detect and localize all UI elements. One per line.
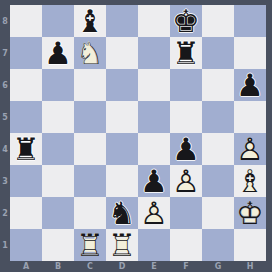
square-d3[interactable] bbox=[106, 165, 138, 197]
square-h8[interactable] bbox=[234, 5, 266, 37]
square-b4[interactable] bbox=[42, 133, 74, 165]
square-g5[interactable] bbox=[202, 101, 234, 133]
square-h2[interactable]: ♚♔ bbox=[234, 197, 266, 229]
square-e1[interactable] bbox=[138, 229, 170, 261]
square-h1[interactable] bbox=[234, 229, 266, 261]
square-f2[interactable] bbox=[170, 197, 202, 229]
square-c1[interactable]: ♜♖ bbox=[74, 229, 106, 261]
square-f3[interactable]: ♟♙ bbox=[170, 165, 202, 197]
square-c4[interactable] bbox=[74, 133, 106, 165]
square-g3[interactable] bbox=[202, 165, 234, 197]
square-a6[interactable] bbox=[10, 69, 42, 101]
file-label-c: C bbox=[74, 261, 106, 272]
square-a4[interactable]: ♜ bbox=[10, 133, 42, 165]
rank-label-4: 4 bbox=[0, 133, 10, 165]
rank-label-2: 2 bbox=[0, 197, 10, 229]
square-g2[interactable] bbox=[202, 197, 234, 229]
square-a2[interactable] bbox=[10, 197, 42, 229]
square-e4[interactable] bbox=[138, 133, 170, 165]
square-f4[interactable]: ♟ bbox=[170, 133, 202, 165]
square-g1[interactable] bbox=[202, 229, 234, 261]
rank-label-6: 6 bbox=[0, 69, 10, 101]
piece-white-pawn[interactable]: ♟♙ bbox=[170, 165, 202, 197]
piece-black-pawn[interactable]: ♟ bbox=[170, 133, 202, 165]
file-label-g: G bbox=[202, 261, 234, 272]
piece-black-pawn[interactable]: ♟ bbox=[234, 69, 266, 101]
piece-black-king[interactable]: ♚ bbox=[170, 5, 202, 37]
rank-label-7: 7 bbox=[0, 37, 10, 69]
square-b2[interactable] bbox=[42, 197, 74, 229]
piece-black-bishop[interactable]: ♝ bbox=[74, 5, 106, 37]
square-b7[interactable]: ♟ bbox=[42, 37, 74, 69]
file-label-e: E bbox=[138, 261, 170, 272]
square-f7[interactable]: ♜ bbox=[170, 37, 202, 69]
square-c2[interactable] bbox=[74, 197, 106, 229]
file-label-f: F bbox=[170, 261, 202, 272]
square-b5[interactable] bbox=[42, 101, 74, 133]
square-f8[interactable]: ♚ bbox=[170, 5, 202, 37]
piece-black-rook[interactable]: ♜ bbox=[170, 37, 202, 69]
square-h7[interactable] bbox=[234, 37, 266, 69]
rank-label-1: 1 bbox=[0, 229, 10, 261]
file-label-h: H bbox=[234, 261, 266, 272]
square-c5[interactable] bbox=[74, 101, 106, 133]
square-h3[interactable]: ♝♗ bbox=[234, 165, 266, 197]
square-h5[interactable] bbox=[234, 101, 266, 133]
square-b8[interactable] bbox=[42, 5, 74, 37]
piece-white-knight[interactable]: ♞♘ bbox=[74, 37, 106, 69]
square-e5[interactable] bbox=[138, 101, 170, 133]
square-f5[interactable] bbox=[170, 101, 202, 133]
chess-board[interactable]: ♝♚♟♞♘♜♟♜♟♟♙♟♟♙♝♗♞♟♙♚♔♜♖♜♖ bbox=[10, 5, 266, 261]
square-d4[interactable] bbox=[106, 133, 138, 165]
square-d1[interactable]: ♜♖ bbox=[106, 229, 138, 261]
file-labels: ABCDEFGH bbox=[10, 261, 266, 272]
rank-label-5: 5 bbox=[0, 101, 10, 133]
piece-white-king[interactable]: ♚♔ bbox=[234, 197, 266, 229]
piece-black-pawn[interactable]: ♟ bbox=[42, 37, 74, 69]
file-label-d: D bbox=[106, 261, 138, 272]
piece-white-bishop[interactable]: ♝♗ bbox=[234, 165, 266, 197]
file-label-a: A bbox=[10, 261, 42, 272]
square-c6[interactable] bbox=[74, 69, 106, 101]
square-a7[interactable] bbox=[10, 37, 42, 69]
square-e2[interactable]: ♟♙ bbox=[138, 197, 170, 229]
chess-diagram: 87654321 ♝♚♟♞♘♜♟♜♟♟♙♟♟♙♝♗♞♟♙♚♔♜♖♜♖ ABCDE… bbox=[0, 0, 272, 272]
square-e8[interactable] bbox=[138, 5, 170, 37]
square-a5[interactable] bbox=[10, 101, 42, 133]
rank-label-3: 3 bbox=[0, 165, 10, 197]
square-d8[interactable] bbox=[106, 5, 138, 37]
square-b3[interactable] bbox=[42, 165, 74, 197]
square-d6[interactable] bbox=[106, 69, 138, 101]
square-c3[interactable] bbox=[74, 165, 106, 197]
square-g8[interactable] bbox=[202, 5, 234, 37]
square-h4[interactable]: ♟♙ bbox=[234, 133, 266, 165]
piece-black-knight[interactable]: ♞ bbox=[106, 197, 138, 229]
square-f1[interactable] bbox=[170, 229, 202, 261]
square-a8[interactable] bbox=[10, 5, 42, 37]
square-b1[interactable] bbox=[42, 229, 74, 261]
square-d7[interactable] bbox=[106, 37, 138, 69]
square-c7[interactable]: ♞♘ bbox=[74, 37, 106, 69]
square-g6[interactable] bbox=[202, 69, 234, 101]
square-e3[interactable]: ♟ bbox=[138, 165, 170, 197]
piece-white-rook[interactable]: ♜♖ bbox=[74, 229, 106, 261]
piece-black-pawn[interactable]: ♟ bbox=[138, 165, 170, 197]
square-f6[interactable] bbox=[170, 69, 202, 101]
rank-label-8: 8 bbox=[0, 5, 10, 37]
square-b6[interactable] bbox=[42, 69, 74, 101]
square-h6[interactable]: ♟ bbox=[234, 69, 266, 101]
square-c8[interactable]: ♝ bbox=[74, 5, 106, 37]
square-e7[interactable] bbox=[138, 37, 170, 69]
square-g7[interactable] bbox=[202, 37, 234, 69]
square-d5[interactable] bbox=[106, 101, 138, 133]
file-label-b: B bbox=[42, 261, 74, 272]
square-e6[interactable] bbox=[138, 69, 170, 101]
piece-black-rook[interactable]: ♜ bbox=[10, 133, 42, 165]
rank-labels: 87654321 bbox=[0, 5, 10, 261]
square-a3[interactable] bbox=[10, 165, 42, 197]
piece-white-rook[interactable]: ♜♖ bbox=[106, 229, 138, 261]
piece-white-pawn[interactable]: ♟♙ bbox=[234, 133, 266, 165]
square-a1[interactable] bbox=[10, 229, 42, 261]
piece-white-pawn[interactable]: ♟♙ bbox=[138, 197, 170, 229]
square-d2[interactable]: ♞ bbox=[106, 197, 138, 229]
square-g4[interactable] bbox=[202, 133, 234, 165]
